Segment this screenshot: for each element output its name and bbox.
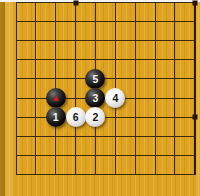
grid-horizontal-line bbox=[16, 78, 196, 79]
grid-vertical-line bbox=[194, 3, 196, 175]
stone-black-3[interactable]: 3 bbox=[85, 88, 105, 108]
move-number-label: 2 bbox=[92, 107, 98, 127]
grid-vertical-line bbox=[75, 3, 76, 175]
board-left-margin bbox=[5, 0, 14, 196]
grid-vertical-line bbox=[16, 3, 17, 175]
grid-horizontal-line bbox=[16, 174, 196, 175]
grid-vertical-line bbox=[155, 3, 156, 175]
triangle-mark-icon: ▲ bbox=[51, 88, 61, 108]
star-point-hoshi bbox=[73, 0, 78, 5]
grid-vertical-line bbox=[174, 3, 175, 175]
move-number-label: 6 bbox=[73, 107, 79, 127]
stone-black-1[interactable]: 1 bbox=[46, 107, 66, 127]
stone-black-5[interactable]: 5 bbox=[85, 69, 105, 89]
star-point-hoshi bbox=[192, 0, 197, 5]
grid-horizontal-line bbox=[16, 40, 196, 41]
stone-white-6[interactable]: 6 bbox=[66, 107, 86, 127]
grid-horizontal-line bbox=[16, 155, 196, 156]
stone-white-4[interactable]: 4 bbox=[105, 88, 125, 108]
grid-horizontal-line bbox=[16, 2, 196, 3]
grid-vertical-line bbox=[135, 3, 136, 175]
stone-black-marked[interactable]: ▲ bbox=[46, 88, 66, 108]
grid-horizontal-line bbox=[16, 59, 196, 60]
move-number-label: 5 bbox=[92, 69, 98, 89]
grid-horizontal-line bbox=[16, 136, 196, 137]
go-board-diagram: ▲165324 bbox=[0, 0, 200, 196]
move-number-label: 4 bbox=[112, 88, 118, 108]
move-number-label: 3 bbox=[92, 88, 98, 108]
grid-horizontal-line bbox=[16, 117, 196, 118]
grid-horizontal-line bbox=[16, 21, 196, 22]
grid-vertical-line bbox=[35, 3, 36, 175]
move-number-label: 1 bbox=[53, 107, 59, 127]
board-right-margin bbox=[196, 0, 200, 196]
star-point-hoshi bbox=[192, 115, 197, 120]
stone-white-2[interactable]: 2 bbox=[85, 107, 105, 127]
